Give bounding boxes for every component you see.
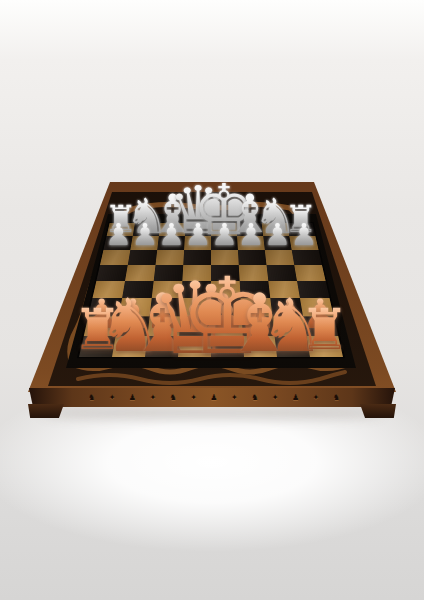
table-foot-right [360, 404, 396, 418]
apron-motif-icon: ♞ [251, 394, 258, 402]
piece-black-pawn-e7[interactable]: ♟ [211, 220, 238, 250]
square-a6[interactable] [100, 250, 130, 265]
table-shadow [40, 406, 384, 420]
square-h6[interactable] [292, 250, 322, 265]
piece-black-pawn-a7[interactable]: ♟ [105, 220, 132, 250]
apron-motif-icon: ✦ [231, 394, 238, 402]
apron-motif-icon: ✦ [149, 394, 156, 402]
apron-motif-icon: ♟ [210, 394, 217, 402]
apron-motif-icon: ✦ [109, 394, 116, 402]
piece-black-pawn-c7[interactable]: ♟ [158, 220, 185, 250]
apron-motif-icon: ✦ [190, 394, 197, 402]
piece-black-pawn-h7[interactable]: ♟ [290, 220, 317, 250]
apron-motif-icon: ♞ [88, 394, 95, 402]
apron-motif-icon: ♞ [170, 394, 177, 402]
square-h5[interactable] [294, 265, 325, 281]
apron-motif-icon: ♞ [333, 394, 340, 402]
piece-black-pawn-d7[interactable]: ♟ [184, 220, 211, 250]
apron-motif-icon: ✦ [272, 394, 279, 402]
apron-carvings: ♞✦♟✦♞✦♟✦♞✦♟✦♞ [88, 392, 340, 403]
apron-motif-icon: ♟ [129, 394, 136, 402]
apron-motif-icon: ✦ [313, 394, 320, 402]
piece-white-rook-h1[interactable]: ♜ [299, 302, 349, 358]
piece-black-pawn-f7[interactable]: ♟ [237, 220, 264, 250]
product-photo: ♞✦♟✦♞✦♟✦♞✦♟✦♞ ♜♞♝♛♚♝♞♜♟♟♟♟♟♟♟♟♟♟♟♟♟♟♟♟♜♞… [0, 0, 424, 600]
piece-black-pawn-b7[interactable]: ♟ [131, 220, 158, 250]
apron-motif-icon: ♟ [292, 394, 299, 402]
table-foot-left [28, 404, 64, 418]
square-a5[interactable] [96, 265, 127, 281]
piece-black-pawn-g7[interactable]: ♟ [264, 220, 291, 250]
